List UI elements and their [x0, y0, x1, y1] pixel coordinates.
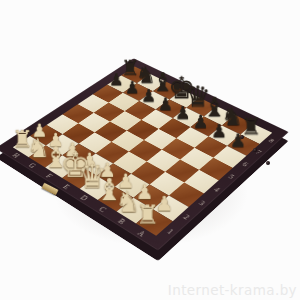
- piece-white-rook[interactable]: ♜: [134, 202, 160, 228]
- square-e4[interactable]: [111, 131, 144, 152]
- watermark-text: Internet-krama.by: [168, 282, 297, 298]
- piece-black-pawn[interactable]: ♟: [226, 131, 249, 149]
- hinge-pin-icon: [240, 135, 244, 139]
- chess-set-photo: ♜♞♝♚♛♝♞♜♟♟♟♟♟♟♟♟♟♟♟♟♟♟♟♟♜♞♝♚♛♝♞♜ HGFEDCB…: [0, 0, 300, 300]
- hinge-pin-icon: [266, 161, 270, 165]
- hinge-pin-icon: [253, 148, 257, 152]
